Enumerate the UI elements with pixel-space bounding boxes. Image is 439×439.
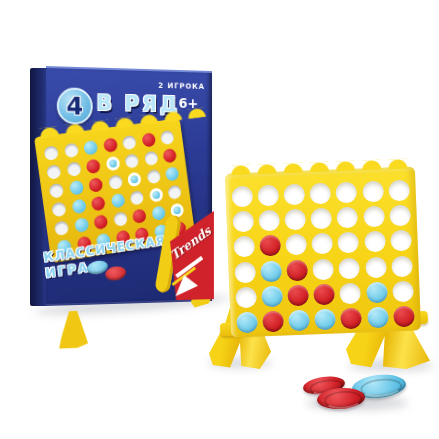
empty-hole [285, 234, 307, 256]
stand-cell-r4c2 [257, 258, 284, 284]
empty-hole [338, 232, 360, 254]
empty-hole [388, 180, 410, 202]
empty-hole [362, 181, 384, 203]
stand-cell-r5c2 [258, 283, 285, 309]
empty-hole [231, 186, 253, 208]
stand-cell-r2c2 [255, 208, 282, 234]
stand-cell-r2c4 [308, 206, 335, 232]
empty-hole [283, 184, 305, 206]
stand-cell-r2c7 [386, 203, 413, 229]
stand-cell-r1c3 [281, 182, 308, 208]
stand-cell-r5c3 [285, 282, 312, 308]
empty-hole [337, 207, 359, 229]
red-disc [286, 259, 308, 281]
stand-cell-r6c4 [312, 306, 339, 332]
blue-disc [151, 205, 166, 220]
empty-hole [44, 145, 60, 161]
stand-cell-r2c1 [229, 209, 256, 235]
stand-cell-r2c3 [282, 207, 309, 233]
empty-hole [146, 169, 161, 184]
empty-hole [257, 185, 279, 207]
stand-cell-r3c5 [335, 230, 362, 256]
empty-hole [125, 153, 140, 168]
winning-blue-disc [149, 187, 164, 202]
red-disc [341, 308, 363, 330]
empty-hole [130, 190, 145, 205]
red-disc [93, 214, 108, 230]
empty-hole [51, 201, 66, 217]
empty-hole [336, 182, 358, 204]
empty-hole [66, 161, 81, 177]
empty-hole [113, 211, 128, 227]
empty-hole [312, 258, 334, 280]
red-disc [103, 137, 118, 152]
red-disc [132, 208, 147, 224]
stand-cell-r3c3 [283, 232, 310, 258]
empty-hole [363, 206, 385, 228]
stand-cell-r1c4 [307, 181, 334, 207]
box-front: 4 В РЯД 2 ИГРОКА 6+ КЛАССИЧЕСКАЯ ИГРА Tr… [46, 66, 212, 306]
empty-hole [122, 134, 137, 149]
empty-hole [391, 255, 413, 277]
stand-cell-r3c4 [309, 231, 336, 257]
stand-cell-r3c1 [230, 234, 257, 260]
red-disc [259, 235, 281, 257]
stand-cell-r4c5 [336, 255, 363, 281]
empty-hole [54, 220, 69, 236]
stand-cell-r4c7 [388, 253, 415, 279]
players-label: 2 ИГРОКА [146, 81, 205, 91]
blue-disc [236, 312, 258, 334]
stand-cell-r5c7 [389, 278, 416, 304]
red-disc [313, 283, 335, 305]
stand-cell-r1c5 [333, 180, 360, 206]
empty-hole [49, 182, 64, 198]
stand-cell-r1c1 [228, 184, 255, 210]
empty-hole [168, 184, 183, 199]
blue-disc [261, 285, 283, 307]
empty-hole [63, 142, 78, 158]
stand-cell-r6c1 [233, 309, 260, 335]
stand-cell-r6c2 [259, 308, 286, 334]
blue-disc [74, 217, 89, 233]
stand-cell-r4c1 [231, 259, 258, 285]
blue-disc [110, 192, 125, 208]
blue-disc [260, 260, 282, 282]
empty-hole [108, 174, 123, 190]
stand-cell-r3c2 [256, 233, 283, 259]
blue-disc [288, 310, 310, 332]
stand-cell-r5c6 [363, 279, 390, 305]
badge-4: 4 [57, 87, 93, 124]
empty-hole [235, 286, 257, 308]
stand-cell-r1c6 [359, 179, 386, 205]
stand-cell-r5c4 [311, 281, 338, 307]
empty-hole [46, 164, 62, 180]
empty-hole [234, 261, 256, 283]
empty-hole [144, 150, 159, 165]
blue-disc [314, 309, 336, 331]
empty-hole [160, 129, 175, 144]
stand-cell-r6c3 [286, 307, 313, 333]
empty-hole [311, 233, 333, 255]
red-disc [91, 195, 106, 211]
empty-hole [365, 256, 387, 278]
stand-cell-r4c3 [284, 257, 311, 283]
empty-hole [284, 209, 306, 231]
empty-hole [258, 210, 280, 232]
empty-hole [390, 230, 412, 252]
winning-blue-disc [105, 155, 120, 170]
empty-hole [364, 231, 386, 253]
stand-cell-r5c5 [337, 280, 364, 306]
empty-hole [392, 280, 414, 302]
stand-cell-r1c7 [385, 178, 412, 204]
stand-cell-r1c2 [255, 183, 282, 209]
red-disc [262, 311, 284, 333]
stand-cell-r6c5 [338, 305, 365, 331]
stand-grid [228, 178, 417, 336]
stand-board [225, 166, 421, 337]
blue-disc [367, 307, 389, 329]
brand-corner: Trends [166, 211, 214, 301]
red-disc [86, 158, 101, 174]
stand-scallops [228, 159, 412, 176]
blue-disc [165, 166, 180, 181]
stand-cell-r3c7 [387, 228, 414, 254]
red-disc [163, 148, 178, 163]
red-disc [393, 306, 415, 328]
red-disc [88, 177, 103, 193]
stand-cell-r4c4 [310, 256, 337, 282]
stand-cell-r5c1 [232, 284, 259, 310]
winning-blue-disc [127, 171, 142, 186]
empty-hole [233, 236, 255, 258]
empty-hole [310, 183, 332, 205]
stand-cell-r2c5 [334, 205, 361, 231]
empty-hole [340, 282, 362, 304]
empty-hole [232, 211, 254, 233]
stand-cell-r2c6 [360, 204, 387, 230]
box-art-left-leg [59, 310, 88, 349]
blue-disc [69, 179, 84, 195]
empty-hole [339, 257, 361, 279]
blue-disc [83, 140, 98, 156]
red-disc [287, 284, 309, 306]
stand-cell-r3c6 [361, 229, 388, 255]
blue-disc [71, 198, 86, 214]
empty-hole [310, 208, 332, 230]
blue-disc [366, 281, 388, 303]
stand-cell-r6c7 [390, 303, 417, 329]
stand-cell-r6c6 [364, 304, 391, 330]
empty-hole [389, 205, 411, 227]
red-disc [141, 132, 156, 147]
stand-cell-r4c6 [362, 254, 389, 280]
